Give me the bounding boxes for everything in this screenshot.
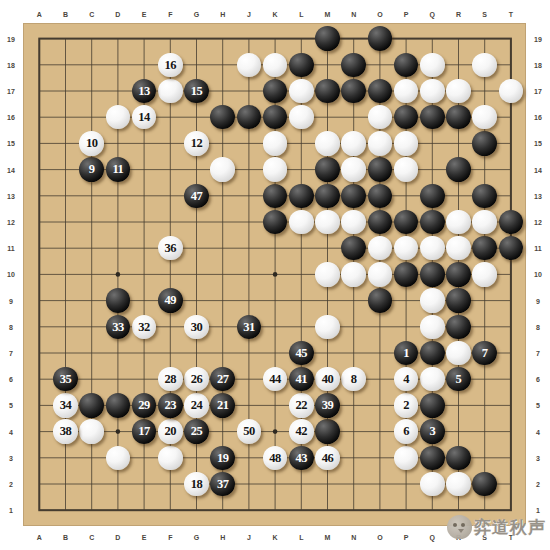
- stone-white-O10: [368, 262, 393, 287]
- move-number: 41: [296, 373, 308, 386]
- stone-white-R2: [446, 472, 471, 497]
- stone-black-N11: [341, 236, 366, 261]
- stone-black-11-D14: 11: [106, 157, 131, 182]
- move-number: 1: [403, 347, 409, 360]
- stone-black-N17: [341, 79, 366, 104]
- stone-black-13-E17: 13: [132, 79, 157, 104]
- stone-white-O11: [368, 236, 393, 261]
- move-number: 44: [269, 373, 281, 386]
- stone-black-J16: [237, 105, 262, 130]
- move-number: 12: [191, 137, 203, 150]
- move-number: 18: [191, 478, 203, 491]
- stone-black-O14: [368, 157, 393, 182]
- stone-black-P10: [394, 262, 419, 287]
- stone-white-D16: [106, 105, 131, 130]
- stone-white-R11: [446, 236, 471, 261]
- move-number: 6: [403, 425, 409, 438]
- stone-white-M8: [315, 315, 340, 340]
- stone-black-31-J8: 31: [237, 315, 262, 340]
- move-number: 48: [269, 452, 281, 465]
- stone-white-T17: [499, 79, 524, 104]
- stone-white-38-B4: 38: [53, 419, 78, 444]
- move-number: 8: [351, 373, 357, 386]
- move-number: 25: [191, 425, 203, 438]
- stone-black-37-H2: 37: [210, 472, 235, 497]
- stone-white-Q18: [420, 53, 445, 78]
- stone-black-P12: [394, 210, 419, 235]
- stone-white-36-F11: 36: [158, 236, 183, 261]
- move-number: 33: [112, 321, 124, 334]
- stone-white-2-P5: 2: [394, 393, 419, 418]
- move-number: 19: [217, 452, 229, 465]
- stone-black-R14: [446, 157, 471, 182]
- move-number: 45: [296, 347, 308, 360]
- stone-black-Q7: [420, 341, 445, 366]
- stone-white-P14: [394, 157, 419, 182]
- stone-white-22-L5: 22: [289, 393, 314, 418]
- stone-black-Q16: [420, 105, 445, 130]
- stone-black-K17: [263, 79, 288, 104]
- stone-white-16-F18: 16: [158, 53, 183, 78]
- move-number: 2: [403, 399, 409, 412]
- stone-white-P11: [394, 236, 419, 261]
- move-number: 40: [322, 373, 334, 386]
- move-number: 28: [165, 373, 177, 386]
- move-number: 46: [322, 452, 334, 465]
- stone-black-19-H3: 19: [210, 446, 235, 471]
- stone-black-H16: [210, 105, 235, 130]
- stone-white-K18: [263, 53, 288, 78]
- move-number: 36: [165, 242, 177, 255]
- stone-black-M17: [315, 79, 340, 104]
- stone-white-20-F4: 20: [158, 419, 183, 444]
- stone-white-J18: [237, 53, 262, 78]
- stone-white-18-G2: 18: [184, 472, 209, 497]
- move-number: 49: [165, 294, 177, 307]
- stone-black-25-G4: 25: [184, 419, 209, 444]
- stone-white-S12: [472, 210, 497, 235]
- move-number: 29: [138, 399, 150, 412]
- stone-black-D5: [106, 393, 131, 418]
- move-number: 30: [191, 321, 203, 334]
- stone-black-Q13: [420, 184, 445, 209]
- stone-white-R17: [446, 79, 471, 104]
- stone-white-8-N6: 8: [341, 367, 366, 392]
- stone-white-S18: [472, 53, 497, 78]
- watermark: 弈道秋声: [447, 515, 546, 539]
- stone-black-P18: [394, 53, 419, 78]
- move-number: 7: [482, 347, 488, 360]
- stone-black-N13: [341, 184, 366, 209]
- stone-white-Q8: [420, 315, 445, 340]
- stone-white-28-F6: 28: [158, 367, 183, 392]
- stone-white-R12: [446, 210, 471, 235]
- stone-white-L12: [289, 210, 314, 235]
- stone-white-K14: [263, 157, 288, 182]
- stone-black-Q5: [420, 393, 445, 418]
- stone-black-T12: [499, 210, 524, 235]
- stone-white-O16: [368, 105, 393, 130]
- stone-white-10-C15: 10: [79, 131, 104, 156]
- stone-white-Q11: [420, 236, 445, 261]
- stone-white-M12: [315, 210, 340, 235]
- stone-black-M13: [315, 184, 340, 209]
- stone-black-27-H6: 27: [210, 367, 235, 392]
- stone-black-K13: [263, 184, 288, 209]
- move-number: 43: [296, 452, 308, 465]
- stone-black-O17: [368, 79, 393, 104]
- stones-layer: 1234567891011121314151617181920212223242…: [0, 0, 550, 550]
- stone-black-S13: [472, 184, 497, 209]
- stone-black-47-G13: 47: [184, 184, 209, 209]
- stone-white-R7: [446, 341, 471, 366]
- stone-black-7-S7: 7: [472, 341, 497, 366]
- stone-black-R16: [446, 105, 471, 130]
- stone-white-N15: [341, 131, 366, 156]
- stone-white-Q17: [420, 79, 445, 104]
- stone-white-Q6: [420, 367, 445, 392]
- move-number: 39: [322, 399, 334, 412]
- stone-black-23-F5: 23: [158, 393, 183, 418]
- move-number: 3: [429, 425, 435, 438]
- move-number: 13: [138, 85, 150, 98]
- move-number: 10: [86, 137, 98, 150]
- stone-black-P16: [394, 105, 419, 130]
- stone-black-T11: [499, 236, 524, 261]
- watermark-text: 弈道秋声: [474, 516, 546, 539]
- stone-black-C5: [79, 393, 104, 418]
- stone-white-44-K6: 44: [263, 367, 288, 392]
- stone-black-M19: [315, 26, 340, 51]
- stone-white-P15: [394, 131, 419, 156]
- move-number: 20: [165, 425, 177, 438]
- stone-white-P3: [394, 446, 419, 471]
- stone-black-21-H5: 21: [210, 393, 235, 418]
- stone-white-F17: [158, 79, 183, 104]
- move-number: 38: [60, 425, 72, 438]
- stone-black-Q3: [420, 446, 445, 471]
- move-number: 22: [296, 399, 308, 412]
- stone-white-N10: [341, 262, 366, 287]
- stone-black-35-B6: 35: [53, 367, 78, 392]
- stone-black-S15: [472, 131, 497, 156]
- stone-black-33-D8: 33: [106, 315, 131, 340]
- stone-black-45-L7: 45: [289, 341, 314, 366]
- stone-black-29-E5: 29: [132, 393, 157, 418]
- stone-black-41-L6: 41: [289, 367, 314, 392]
- stone-black-M14: [315, 157, 340, 182]
- move-number: 50: [243, 425, 255, 438]
- chick-icon: [447, 515, 472, 539]
- stone-white-M10: [315, 262, 340, 287]
- stone-white-40-M6: 40: [315, 367, 340, 392]
- move-number: 37: [217, 478, 229, 491]
- stone-black-O12: [368, 210, 393, 235]
- stone-white-42-L4: 42: [289, 419, 314, 444]
- move-number: 26: [191, 373, 203, 386]
- stone-white-Q2: [420, 472, 445, 497]
- stone-black-Q12: [420, 210, 445, 235]
- stone-black-R10: [446, 262, 471, 287]
- stone-white-N14: [341, 157, 366, 182]
- stone-black-K16: [263, 105, 288, 130]
- stone-black-9-C14: 9: [79, 157, 104, 182]
- move-number: 23: [165, 399, 177, 412]
- move-number: 17: [138, 425, 150, 438]
- stone-white-48-K3: 48: [263, 446, 288, 471]
- move-number: 42: [296, 425, 308, 438]
- stone-white-Q9: [420, 288, 445, 313]
- stone-black-5-R6: 5: [446, 367, 471, 392]
- stone-black-17-E4: 17: [132, 419, 157, 444]
- stone-black-O13: [368, 184, 393, 209]
- stone-white-12-G15: 12: [184, 131, 209, 156]
- stone-white-50-J4: 50: [237, 419, 262, 444]
- move-number: 24: [191, 399, 203, 412]
- move-number: 5: [456, 373, 462, 386]
- stone-white-4-P6: 4: [394, 367, 419, 392]
- move-number: 14: [138, 111, 150, 124]
- move-number: 35: [60, 373, 72, 386]
- stone-black-S11: [472, 236, 497, 261]
- move-number: 9: [89, 163, 95, 176]
- stone-black-1-P7: 1: [394, 341, 419, 366]
- stone-white-46-M3: 46: [315, 446, 340, 471]
- stone-white-34-B5: 34: [53, 393, 78, 418]
- move-number: 16: [165, 59, 177, 72]
- stone-black-O19: [368, 26, 393, 51]
- stone-white-24-G5: 24: [184, 393, 209, 418]
- stone-white-C4: [79, 419, 104, 444]
- move-number: 32: [138, 321, 150, 334]
- go-diagram: AABBCCDDEEFFGGHHJJKKLLMMNNOOPPQQRRSSTT19…: [0, 0, 550, 550]
- stone-black-3-Q4: 3: [420, 419, 445, 444]
- stone-white-P17: [394, 79, 419, 104]
- move-number: 34: [60, 399, 72, 412]
- move-number: 11: [112, 163, 123, 176]
- stone-white-30-G8: 30: [184, 315, 209, 340]
- stone-black-Q10: [420, 262, 445, 287]
- stone-black-43-L3: 43: [289, 446, 314, 471]
- stone-white-H14: [210, 157, 235, 182]
- stone-white-D3: [106, 446, 131, 471]
- stone-black-M4: [315, 419, 340, 444]
- move-number: 4: [403, 373, 409, 386]
- stone-white-O15: [368, 131, 393, 156]
- stone-black-S2: [472, 472, 497, 497]
- stone-white-32-E8: 32: [132, 315, 157, 340]
- stone-white-6-P4: 6: [394, 419, 419, 444]
- stone-black-L18: [289, 53, 314, 78]
- stone-white-S10: [472, 262, 497, 287]
- stone-white-L17: [289, 79, 314, 104]
- stone-white-S16: [472, 105, 497, 130]
- stone-white-N12: [341, 210, 366, 235]
- stone-black-R8: [446, 315, 471, 340]
- stone-black-O9: [368, 288, 393, 313]
- move-number: 21: [217, 399, 229, 412]
- stone-white-K15: [263, 131, 288, 156]
- stone-white-14-E16: 14: [132, 105, 157, 130]
- move-number: 47: [191, 190, 203, 203]
- stone-black-D9: [106, 288, 131, 313]
- move-number: 15: [191, 85, 203, 98]
- stone-white-L16: [289, 105, 314, 130]
- stone-black-R9: [446, 288, 471, 313]
- stone-black-N18: [341, 53, 366, 78]
- stone-white-F3: [158, 446, 183, 471]
- stone-black-R3: [446, 446, 471, 471]
- move-number: 27: [217, 373, 229, 386]
- stone-black-15-G17: 15: [184, 79, 209, 104]
- stone-black-39-M5: 39: [315, 393, 340, 418]
- stone-black-K12: [263, 210, 288, 235]
- stone-white-M15: [315, 131, 340, 156]
- move-number: 31: [243, 321, 255, 334]
- stone-black-L13: [289, 184, 314, 209]
- stone-black-49-F9: 49: [158, 288, 183, 313]
- stone-white-26-G6: 26: [184, 367, 209, 392]
